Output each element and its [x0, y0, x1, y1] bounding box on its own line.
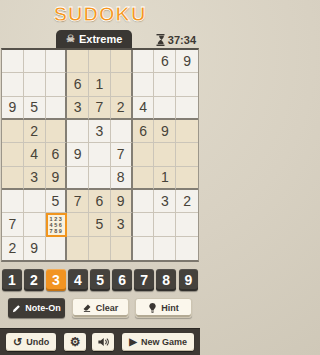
- cell-r7c6[interactable]: 9: [111, 190, 133, 213]
- cell-r5c2[interactable]: 4: [24, 143, 46, 166]
- header: SUDOKU ☠ Extreme 37:34: [0, 0, 200, 48]
- cell-r1c3[interactable]: [46, 50, 68, 73]
- cell-r2c7[interactable]: [133, 73, 155, 96]
- cell-r8c8[interactable]: [154, 213, 176, 236]
- cell-r6c2[interactable]: 3: [24, 167, 46, 190]
- undo-button[interactable]: ↺ Undo: [6, 333, 56, 351]
- play-icon: ▶: [129, 337, 137, 347]
- cell-r4c3[interactable]: [46, 120, 68, 143]
- cell-r2c4[interactable]: 6: [67, 73, 89, 96]
- cell-r9c9[interactable]: [176, 237, 198, 260]
- app-title: SUDOKU: [0, 0, 200, 26]
- cell-r7c3[interactable]: 5: [46, 190, 68, 213]
- cell-r2c3[interactable]: [46, 73, 68, 96]
- cell-r8c5[interactable]: 5: [89, 213, 111, 236]
- cell-r9c8[interactable]: [154, 237, 176, 260]
- action-buttons: Note-On Clear Hint: [8, 298, 192, 318]
- numpad-key-5[interactable]: 5: [90, 269, 110, 291]
- eraser-icon: [82, 303, 92, 313]
- sudoku-board: 6961953724236946973981576932712345678953…: [1, 48, 199, 262]
- timer: 37:34: [156, 34, 196, 46]
- cell-r8c9[interactable]: [176, 213, 198, 236]
- cell-r1c4[interactable]: [67, 50, 89, 73]
- cell-r9c4[interactable]: [67, 237, 89, 260]
- cell-r1c2[interactable]: [24, 50, 46, 73]
- number-pad: 123456789: [2, 269, 198, 291]
- cell-r9c7[interactable]: [133, 237, 155, 260]
- timer-value: 37:34: [168, 34, 196, 46]
- cell-r5c1[interactable]: [2, 143, 24, 166]
- cell-r9c1[interactable]: 2: [2, 237, 24, 260]
- cell-r8c6[interactable]: 3: [111, 213, 133, 236]
- cell-r3c3[interactable]: [46, 97, 68, 120]
- cell-r6c8[interactable]: 1: [154, 167, 176, 190]
- numpad-key-6[interactable]: 6: [112, 269, 132, 291]
- cell-r4c6[interactable]: [111, 120, 133, 143]
- skull-icon: ☠: [66, 34, 75, 44]
- cell-r7c1[interactable]: [2, 190, 24, 213]
- cell-r1c9[interactable]: 9: [176, 50, 198, 73]
- cell-r3c7[interactable]: 4: [133, 97, 155, 120]
- hint-button[interactable]: Hint: [135, 298, 192, 318]
- pencil-notes: 123456789: [50, 216, 64, 235]
- clear-button[interactable]: Clear: [72, 298, 129, 318]
- numpad-key-3[interactable]: 3: [46, 269, 66, 291]
- cell-r4c9[interactable]: [176, 120, 198, 143]
- lightbulb-icon: [148, 303, 157, 314]
- cell-r1c8[interactable]: 6: [154, 50, 176, 73]
- cell-r8c7[interactable]: [133, 213, 155, 236]
- numpad-key-2[interactable]: 2: [24, 269, 44, 291]
- speaker-icon: [98, 337, 109, 347]
- cell-r3c4[interactable]: 3: [67, 97, 89, 120]
- cell-r4c8[interactable]: 9: [154, 120, 176, 143]
- cell-r1c5[interactable]: [89, 50, 111, 73]
- cell-r3c1[interactable]: 9: [2, 97, 24, 120]
- cell-r1c7[interactable]: [133, 50, 155, 73]
- cell-r7c4[interactable]: 7: [67, 190, 89, 213]
- cell-r3c2[interactable]: 5: [24, 97, 46, 120]
- cell-r5c5[interactable]: [89, 143, 111, 166]
- cell-r6c5[interactable]: [89, 167, 111, 190]
- cell-r2c5[interactable]: 1: [89, 73, 111, 96]
- cell-r4c5[interactable]: 3: [89, 120, 111, 143]
- cell-r8c2[interactable]: [24, 213, 46, 236]
- cell-r3c9[interactable]: [176, 97, 198, 120]
- cell-r6c7[interactable]: [133, 167, 155, 190]
- note-toggle-button[interactable]: Note-On: [8, 298, 65, 318]
- cell-r5c9[interactable]: [176, 143, 198, 166]
- cell-r3c6[interactable]: 2: [111, 97, 133, 120]
- cell-r9c2[interactable]: 9: [24, 237, 46, 260]
- numpad-key-8[interactable]: 8: [156, 269, 176, 291]
- cell-r9c6[interactable]: [111, 237, 133, 260]
- cell-r6c1[interactable]: [2, 167, 24, 190]
- numpad-key-7[interactable]: 7: [134, 269, 154, 291]
- cell-r6c4[interactable]: [67, 167, 89, 190]
- cell-r8c1[interactable]: 7: [2, 213, 24, 236]
- settings-button[interactable]: ⚙: [64, 333, 86, 351]
- cell-r6c9[interactable]: [176, 167, 198, 190]
- cell-r6c3[interactable]: 9: [46, 167, 68, 190]
- cell-r5c6[interactable]: 7: [111, 143, 133, 166]
- undo-icon: ↺: [13, 337, 22, 348]
- numpad-key-4[interactable]: 4: [68, 269, 88, 291]
- cell-r5c3[interactable]: 6: [46, 143, 68, 166]
- cell-r1c1[interactable]: [2, 50, 24, 73]
- cell-r9c5[interactable]: [89, 237, 111, 260]
- numpad-key-9[interactable]: 9: [179, 269, 199, 291]
- cell-r5c8[interactable]: [154, 143, 176, 166]
- cell-r2c2[interactable]: [24, 73, 46, 96]
- cell-r4c2[interactable]: 2: [24, 120, 46, 143]
- cell-r7c2[interactable]: [24, 190, 46, 213]
- cell-r6c6[interactable]: 8: [111, 167, 133, 190]
- cell-r9c3[interactable]: [46, 237, 68, 260]
- cell-r5c7[interactable]: [133, 143, 155, 166]
- hourglass-icon: [156, 34, 165, 46]
- cell-r3c5[interactable]: 7: [89, 97, 111, 120]
- cell-r1c6[interactable]: [111, 50, 133, 73]
- cell-r3c8[interactable]: [154, 97, 176, 120]
- cell-r8c3[interactable]: 123456789: [46, 213, 68, 236]
- cell-r4c4[interactable]: [67, 120, 89, 143]
- cell-r7c5[interactable]: 6: [89, 190, 111, 213]
- cell-r2c8[interactable]: [154, 73, 176, 96]
- gear-icon: ⚙: [70, 336, 81, 348]
- cell-r4c1[interactable]: [2, 120, 24, 143]
- pencil-icon: [12, 304, 21, 313]
- utility-buttons: ⚙: [64, 333, 114, 351]
- difficulty-label: Extreme: [79, 33, 122, 45]
- new-game-button[interactable]: ▶ New Game: [122, 333, 194, 351]
- difficulty-tab[interactable]: ☠ Extreme: [56, 30, 132, 48]
- cell-r2c1[interactable]: [2, 73, 24, 96]
- cell-r7c7[interactable]: [133, 190, 155, 213]
- numpad-key-1[interactable]: 1: [2, 269, 22, 291]
- cell-r2c6[interactable]: [111, 73, 133, 96]
- cell-r4c7[interactable]: 6: [133, 120, 155, 143]
- cell-r5c4[interactable]: 9: [67, 143, 89, 166]
- cell-r2c9[interactable]: [176, 73, 198, 96]
- bottom-toolbar: ↺ Undo ⚙ ▶ New Game: [0, 328, 200, 355]
- sound-button[interactable]: [92, 333, 114, 351]
- cell-r7c8[interactable]: 3: [154, 190, 176, 213]
- cell-r8c4[interactable]: [67, 213, 89, 236]
- cell-r7c9[interactable]: 2: [176, 190, 198, 213]
